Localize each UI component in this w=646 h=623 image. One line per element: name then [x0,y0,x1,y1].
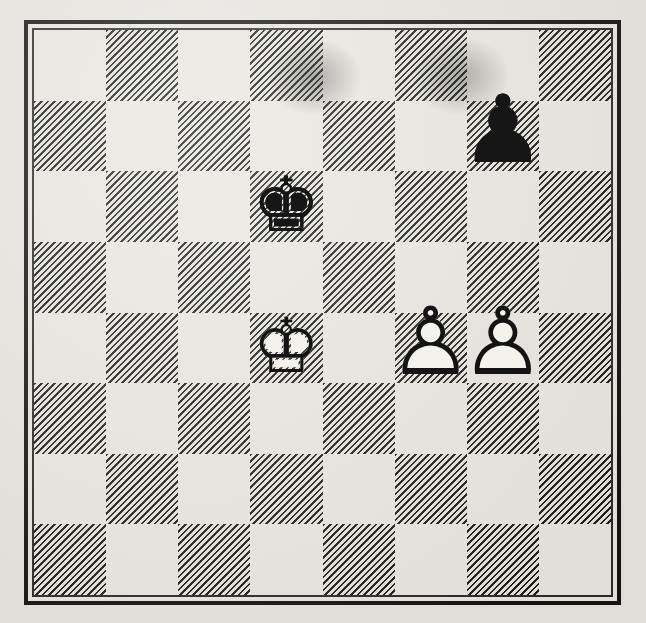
square-a1[interactable] [34,524,106,595]
square-g7[interactable]: ♟♟ [467,101,539,172]
chess-board: ♟♟♚♚♚♔♟♙♟♙ [34,30,611,595]
square-g5[interactable] [467,242,539,313]
white-pawn-icon: ♙ [467,307,539,378]
square-c4[interactable] [178,313,250,384]
square-e4[interactable] [323,313,395,384]
square-b4[interactable] [106,313,178,384]
square-d3[interactable] [250,383,322,454]
chess-board-inner-rule: ♟♟♚♚♚♔♟♙♟♙ [32,28,613,597]
square-g8[interactable] [467,30,539,101]
square-g4[interactable]: ♟♙ [467,313,539,384]
square-e6[interactable] [323,171,395,242]
square-f1[interactable] [395,524,467,595]
square-a2[interactable] [34,454,106,525]
square-d6[interactable]: ♚♚ [250,171,322,242]
scanned-page: ♟♟♚♚♚♔♟♙♟♙ [0,0,646,623]
black-king-d6[interactable]: ♚♚ [250,171,322,242]
square-a4[interactable] [34,313,106,384]
white-king-icon: ♔ [250,311,322,382]
square-c5[interactable] [178,242,250,313]
square-h1[interactable] [539,524,611,595]
square-h8[interactable] [539,30,611,101]
square-f3[interactable] [395,383,467,454]
white-king-fill-glyph: ♚ [250,311,322,382]
square-d4[interactable]: ♚♔ [250,313,322,384]
square-b5[interactable] [106,242,178,313]
square-c8[interactable] [178,30,250,101]
square-h4[interactable] [539,313,611,384]
square-b1[interactable] [106,524,178,595]
white-pawn-fill-glyph: ♟ [467,307,539,378]
square-g6[interactable] [467,171,539,242]
square-f5[interactable] [395,242,467,313]
square-f4[interactable]: ♟♙ [395,313,467,384]
square-g1[interactable] [467,524,539,595]
square-f7[interactable] [395,101,467,172]
black-pawn-g7[interactable]: ♟♟ [467,101,539,172]
square-b2[interactable] [106,454,178,525]
white-pawn-g4[interactable]: ♟♙ [467,313,539,384]
square-d2[interactable] [250,454,322,525]
square-e1[interactable] [323,524,395,595]
square-b7[interactable] [106,101,178,172]
square-e8[interactable] [323,30,395,101]
square-c6[interactable] [178,171,250,242]
white-pawn-f4[interactable]: ♟♙ [395,313,467,384]
square-a6[interactable] [34,171,106,242]
square-a5[interactable] [34,242,106,313]
square-e3[interactable] [323,383,395,454]
square-a3[interactable] [34,383,106,454]
black-pawn-fill-glyph: ♟ [467,95,539,166]
square-e7[interactable] [323,101,395,172]
white-pawn-icon: ♙ [395,307,467,378]
square-a8[interactable] [34,30,106,101]
square-d7[interactable] [250,101,322,172]
black-king-icon: ♚ [250,169,322,240]
square-c1[interactable] [178,524,250,595]
square-d8[interactable] [250,30,322,101]
square-b6[interactable] [106,171,178,242]
square-e5[interactable] [323,242,395,313]
square-g3[interactable] [467,383,539,454]
white-pawn-fill-glyph: ♟ [395,307,467,378]
square-a7[interactable] [34,101,106,172]
square-h7[interactable] [539,101,611,172]
square-g2[interactable] [467,454,539,525]
square-f6[interactable] [395,171,467,242]
black-king-fill-glyph: ♚ [250,169,322,240]
square-h3[interactable] [539,383,611,454]
square-h5[interactable] [539,242,611,313]
square-d5[interactable] [250,242,322,313]
square-c7[interactable] [178,101,250,172]
square-c2[interactable] [178,454,250,525]
white-king-d4[interactable]: ♚♔ [250,313,322,384]
square-e2[interactable] [323,454,395,525]
square-b3[interactable] [106,383,178,454]
black-pawn-icon: ♟ [467,95,539,166]
square-b8[interactable] [106,30,178,101]
square-h6[interactable] [539,171,611,242]
square-c3[interactable] [178,383,250,454]
chess-board-frame: ♟♟♚♚♚♔♟♙♟♙ [24,20,621,605]
square-f8[interactable] [395,30,467,101]
square-d1[interactable] [250,524,322,595]
square-f2[interactable] [395,454,467,525]
square-h2[interactable] [539,454,611,525]
